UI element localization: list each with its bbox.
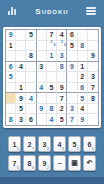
remaining-count: 5 bbox=[17, 146, 19, 151]
cell-r7c9[interactable]: 8 bbox=[88, 93, 98, 104]
cell-r7c1[interactable] bbox=[6, 93, 16, 104]
cell-r7c6[interactable]: 7 bbox=[57, 93, 67, 104]
cell-r6c8[interactable]: 6 bbox=[78, 83, 88, 94]
cell-r5c2[interactable] bbox=[16, 72, 26, 83]
cell-r6c4[interactable]: 4 bbox=[37, 83, 47, 94]
cell-r1c2[interactable] bbox=[16, 30, 26, 41]
key-7[interactable]: 75 bbox=[8, 155, 21, 171]
key-2[interactable]: 27 bbox=[23, 136, 36, 152]
cell-r3c6[interactable]: 3 bbox=[57, 51, 67, 62]
notes-icon: ▣ bbox=[71, 159, 78, 167]
remaining-count: 4 bbox=[47, 146, 49, 151]
key-8[interactable]: 83 bbox=[23, 155, 36, 171]
statistics-icon[interactable] bbox=[8, 7, 16, 15]
cell-r3c1[interactable] bbox=[6, 51, 16, 62]
cell-r2c1[interactable]: 1 bbox=[6, 41, 16, 52]
bottom-strip bbox=[0, 177, 104, 184]
remaining-count: 5 bbox=[17, 165, 19, 170]
cell-r8c2[interactable]: 5 bbox=[16, 104, 26, 115]
cell-r4c3[interactable] bbox=[26, 62, 36, 73]
cell-r1c8[interactable] bbox=[78, 30, 88, 41]
cell-r8c3[interactable] bbox=[26, 104, 36, 115]
cell-r2c7[interactable]: 5 bbox=[67, 41, 77, 52]
cell-r2c6[interactable]: 26 bbox=[57, 41, 67, 52]
cell-r4c6[interactable]: 8 bbox=[57, 62, 67, 73]
cell-r7c8[interactable]: 5 bbox=[78, 93, 88, 104]
keypad-row-2: 758392−▣↶ bbox=[8, 155, 96, 171]
undo-button[interactable]: ↶ bbox=[83, 155, 96, 171]
cell-r9c7[interactable]: 7 bbox=[67, 114, 77, 125]
key-6[interactable]: 65 bbox=[83, 136, 96, 152]
cell-r4c2[interactable]: 4 bbox=[16, 62, 26, 73]
cell-r9c3[interactable]: 6 bbox=[26, 114, 36, 125]
cell-r8c1[interactable] bbox=[6, 104, 16, 115]
cell-r6c1[interactable] bbox=[6, 83, 16, 94]
erase-icon: − bbox=[57, 160, 61, 167]
cell-r1c7[interactable]: 6 bbox=[67, 30, 77, 41]
cell-r7c5[interactable] bbox=[47, 93, 57, 104]
cell-r2c4[interactable] bbox=[37, 41, 47, 52]
cell-r3c5[interactable]: 1 bbox=[47, 51, 57, 62]
cell-r6c5[interactable]: 5 bbox=[47, 83, 57, 94]
key-4[interactable]: 43 bbox=[53, 136, 66, 152]
cell-r7c4[interactable] bbox=[37, 93, 47, 104]
key-1[interactable]: 15 bbox=[8, 136, 21, 152]
keypad: 152734435265 758392−▣↶ bbox=[8, 136, 96, 171]
cell-r6c7[interactable] bbox=[67, 83, 77, 94]
app-title: Sudoku bbox=[35, 7, 68, 16]
cell-r1c9[interactable] bbox=[88, 30, 98, 41]
sudoku-board: 9574612626588139643891523145967947585982… bbox=[5, 29, 99, 126]
menu-icon[interactable] bbox=[86, 7, 96, 15]
key-9[interactable]: 92 bbox=[38, 155, 51, 171]
cell-r6c6[interactable]: 9 bbox=[57, 83, 67, 94]
cell-r9c1[interactable]: 8 bbox=[6, 114, 16, 125]
cell-r9c8[interactable]: 9 bbox=[78, 114, 88, 125]
remaining-count: 3 bbox=[62, 146, 64, 151]
remaining-count: 5 bbox=[92, 146, 94, 151]
undo-icon: ↶ bbox=[87, 159, 93, 167]
cell-r3c7[interactable] bbox=[67, 51, 77, 62]
cell-r1c1[interactable]: 9 bbox=[6, 30, 16, 41]
pencil-notes: 26 bbox=[47, 41, 56, 51]
cell-r1c5[interactable]: 7 bbox=[47, 30, 57, 41]
app-screen: Sudoku 957461262658813964389152314596794… bbox=[0, 0, 104, 184]
cell-r8c7[interactable]: 3 bbox=[67, 104, 77, 115]
cell-r1c4[interactable] bbox=[37, 30, 47, 41]
cell-r7c2[interactable]: 9 bbox=[16, 93, 26, 104]
cell-r1c3[interactable]: 5 bbox=[26, 30, 36, 41]
cell-r3c2[interactable] bbox=[16, 51, 26, 62]
remaining-count: 7 bbox=[32, 146, 34, 151]
cell-r8c6[interactable]: 2 bbox=[57, 104, 67, 115]
cell-r4c5[interactable] bbox=[47, 62, 57, 73]
cell-r7c3[interactable]: 4 bbox=[26, 93, 36, 104]
cell-r9c6[interactable]: 5 bbox=[57, 114, 67, 125]
cell-r8c8[interactable]: 4 bbox=[78, 104, 88, 115]
cell-r4c8[interactable]: 1 bbox=[78, 62, 88, 73]
remaining-count: 2 bbox=[47, 165, 49, 170]
remaining-count: 2 bbox=[77, 146, 79, 151]
cell-r5c3[interactable] bbox=[26, 72, 36, 83]
cell-r5c6[interactable] bbox=[57, 72, 67, 83]
cell-r2c3[interactable] bbox=[26, 41, 36, 52]
cell-r2c5[interactable]: 26 bbox=[47, 41, 57, 52]
cell-r1c6[interactable]: 4 bbox=[57, 30, 67, 41]
keypad-row-1: 152734435265 bbox=[8, 136, 96, 152]
notes-button[interactable]: ▣ bbox=[68, 155, 81, 171]
cell-r2c8[interactable]: 8 bbox=[78, 41, 88, 52]
cell-r2c9[interactable] bbox=[88, 41, 98, 52]
top-bar: Sudoku bbox=[0, 0, 104, 22]
cell-r3c4[interactable] bbox=[37, 51, 47, 62]
cell-r5c5[interactable] bbox=[47, 72, 57, 83]
cell-r5c4[interactable] bbox=[37, 72, 47, 83]
cell-r9c5[interactable]: 4 bbox=[47, 114, 57, 125]
cell-r7c7[interactable] bbox=[67, 93, 77, 104]
cell-r9c4[interactable] bbox=[37, 114, 47, 125]
remaining-count: 3 bbox=[32, 165, 34, 170]
pencil-notes: 26 bbox=[57, 41, 66, 51]
cell-r4c9[interactable] bbox=[88, 62, 98, 73]
cell-r5c9[interactable]: 3 bbox=[88, 72, 98, 83]
cell-r9c9[interactable] bbox=[88, 114, 98, 125]
cell-r3c9[interactable]: 9 bbox=[88, 51, 98, 62]
cell-r5c8[interactable]: 2 bbox=[78, 72, 88, 83]
cell-r8c5[interactable]: 8 bbox=[47, 104, 57, 115]
cell-r8c9[interactable] bbox=[88, 104, 98, 115]
cell-r5c7[interactable] bbox=[67, 72, 77, 83]
cell-r6c3[interactable] bbox=[26, 83, 36, 94]
cell-r5c1[interactable]: 5 bbox=[6, 72, 16, 83]
board-card: 9574612626588139643891523145967947585982… bbox=[3, 27, 101, 128]
cell-r4c1[interactable]: 6 bbox=[6, 62, 16, 73]
cell-r6c9[interactable]: 7 bbox=[88, 83, 98, 94]
cell-r6c2[interactable]: 1 bbox=[16, 83, 26, 94]
cell-r3c3[interactable]: 8 bbox=[26, 51, 36, 62]
erase-button[interactable]: − bbox=[53, 155, 66, 171]
cell-r4c4[interactable]: 3 bbox=[37, 62, 47, 73]
cell-r4c7[interactable]: 9 bbox=[67, 62, 77, 73]
key-3[interactable]: 34 bbox=[38, 136, 51, 152]
cell-r2c2[interactable] bbox=[16, 41, 26, 52]
cell-r8c4[interactable]: 9 bbox=[37, 104, 47, 115]
cell-r3c8[interactable] bbox=[78, 51, 88, 62]
cell-r9c2[interactable]: 3 bbox=[16, 114, 26, 125]
key-5[interactable]: 52 bbox=[68, 136, 81, 152]
